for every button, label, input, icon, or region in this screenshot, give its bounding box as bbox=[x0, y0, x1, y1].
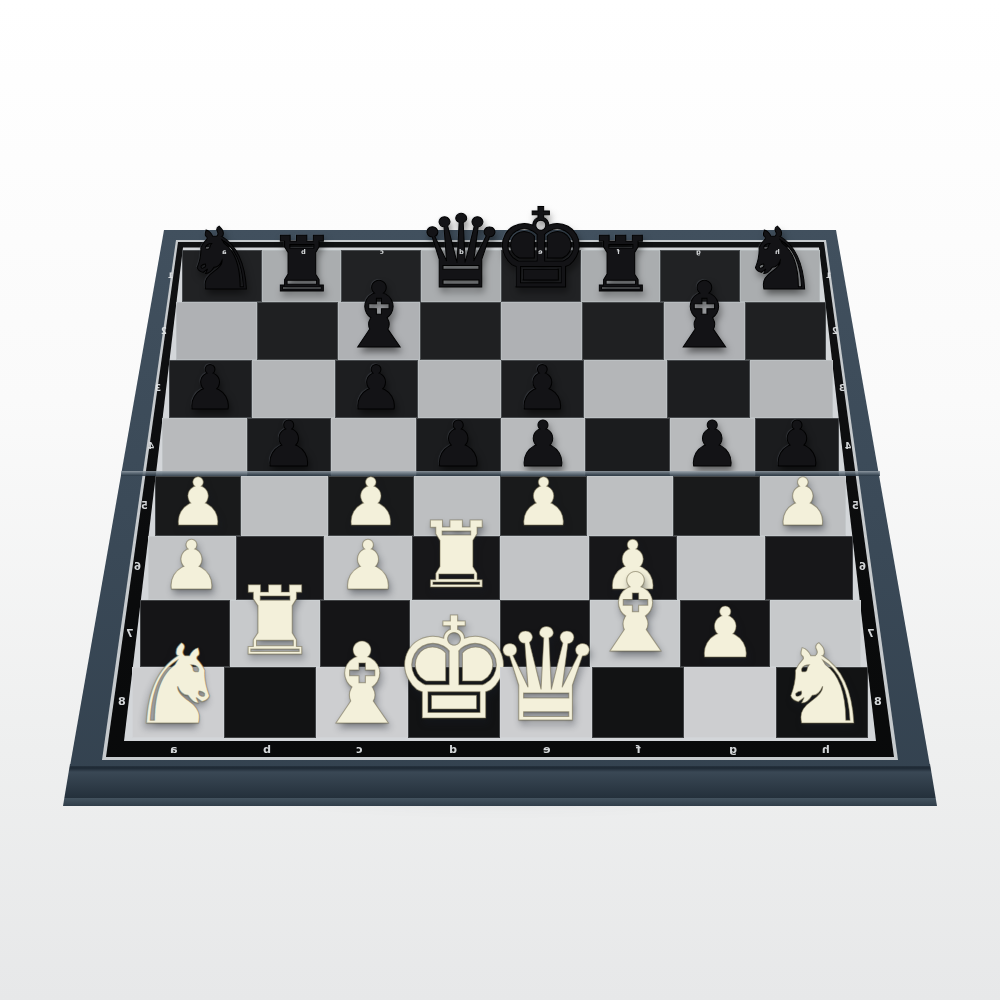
file-label-far-b: b bbox=[301, 248, 306, 256]
rank-label-left-3: 3 bbox=[155, 383, 161, 393]
file-label-far-c: c bbox=[380, 248, 384, 256]
rank-label-left-5: 5 bbox=[141, 500, 148, 511]
rank-label-right-5: 5 bbox=[852, 500, 859, 511]
file-label-far-a: a bbox=[222, 248, 226, 256]
rank-label-right-4: 4 bbox=[845, 441, 851, 451]
rank-label-right-3: 3 bbox=[839, 383, 845, 393]
file-label-near-b: b bbox=[263, 743, 271, 756]
rank-label-right-2: 2 bbox=[832, 326, 838, 336]
rank-label-right-1: 1 bbox=[826, 271, 831, 280]
rank-label-right-6: 6 bbox=[859, 561, 866, 572]
file-label-near-g: g bbox=[729, 743, 737, 756]
rank-label-left-7: 7 bbox=[126, 627, 133, 639]
chess-set-photo: ♞♜♛♚♜♞♝♝♟♟♟♟♟♟♟♟♟♟♟♟♟♟♜♟♜♝♟♞♝♚♛♞ aabbccd… bbox=[0, 0, 1000, 1000]
file-label-far-h: h bbox=[775, 248, 780, 256]
file-label-near-h: h bbox=[822, 743, 830, 756]
file-label-near-c: c bbox=[356, 743, 363, 756]
rank-label-left-2: 2 bbox=[161, 326, 167, 336]
rank-label-left-6: 6 bbox=[134, 561, 141, 572]
rank-label-right-7: 7 bbox=[867, 627, 874, 639]
file-label-near-a: a bbox=[170, 743, 177, 756]
coordinate-labels-layer: aabbccddeeffgghh1122334455667788 bbox=[0, 0, 1000, 1000]
file-label-far-f: f bbox=[617, 248, 620, 256]
file-label-near-d: d bbox=[449, 743, 457, 756]
file-label-near-f: f bbox=[636, 743, 641, 756]
rank-label-right-8: 8 bbox=[874, 695, 882, 708]
rank-label-left-4: 4 bbox=[148, 441, 154, 451]
file-label-far-g: g bbox=[696, 248, 701, 256]
file-label-far-d: d bbox=[459, 248, 464, 256]
rank-label-left-8: 8 bbox=[118, 695, 126, 708]
rank-label-left-1: 1 bbox=[168, 271, 173, 280]
file-label-far-e: e bbox=[538, 248, 542, 256]
file-label-near-e: e bbox=[543, 743, 550, 756]
